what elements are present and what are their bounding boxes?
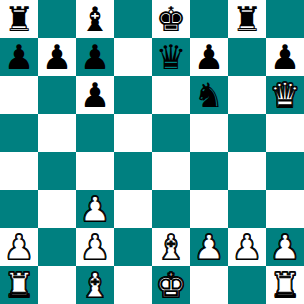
square-f4[interactable] <box>190 152 228 190</box>
square-c7[interactable]: ♟ <box>76 38 114 76</box>
square-a6[interactable] <box>0 76 38 114</box>
square-f2[interactable]: ♟ <box>190 228 228 266</box>
square-a3[interactable] <box>0 190 38 228</box>
square-e6[interactable] <box>152 76 190 114</box>
square-e8[interactable]: ♚ <box>152 0 190 38</box>
square-e3[interactable] <box>152 190 190 228</box>
square-f1[interactable] <box>190 266 228 304</box>
piece-black-king[interactable]: ♚ <box>156 0 186 38</box>
square-e5[interactable] <box>152 114 190 152</box>
piece-black-pawn[interactable]: ♟ <box>194 38 224 76</box>
square-a4[interactable] <box>0 152 38 190</box>
square-g8[interactable]: ♜ <box>228 0 266 38</box>
chess-board: ♜♝♚♜♟♟♟♛♟♟♟♞♛♟♟♟♝♟♟♟♜♝♚♜ <box>0 0 304 304</box>
square-a5[interactable] <box>0 114 38 152</box>
piece-white-pawn[interactable]: ♟ <box>232 228 262 266</box>
piece-black-pawn[interactable]: ♟ <box>80 76 110 114</box>
square-c2[interactable]: ♟ <box>76 228 114 266</box>
square-h1[interactable]: ♜ <box>266 266 304 304</box>
piece-white-rook[interactable]: ♜ <box>270 266 300 304</box>
piece-black-rook[interactable]: ♜ <box>4 0 34 38</box>
square-h2[interactable]: ♟ <box>266 228 304 266</box>
square-g2[interactable]: ♟ <box>228 228 266 266</box>
piece-black-pawn[interactable]: ♟ <box>4 38 34 76</box>
piece-white-bishop[interactable]: ♝ <box>156 228 186 266</box>
square-b6[interactable] <box>38 76 76 114</box>
square-d3[interactable] <box>114 190 152 228</box>
piece-black-pawn[interactable]: ♟ <box>42 38 72 76</box>
square-d2[interactable] <box>114 228 152 266</box>
piece-white-pawn[interactable]: ♟ <box>80 228 110 266</box>
square-f3[interactable] <box>190 190 228 228</box>
square-e4[interactable] <box>152 152 190 190</box>
square-c5[interactable] <box>76 114 114 152</box>
square-g4[interactable] <box>228 152 266 190</box>
square-g6[interactable] <box>228 76 266 114</box>
piece-white-bishop[interactable]: ♝ <box>80 266 110 304</box>
square-g7[interactable] <box>228 38 266 76</box>
square-d1[interactable] <box>114 266 152 304</box>
square-d7[interactable] <box>114 38 152 76</box>
square-d6[interactable] <box>114 76 152 114</box>
square-f8[interactable] <box>190 0 228 38</box>
square-a1[interactable]: ♜ <box>0 266 38 304</box>
piece-black-queen[interactable]: ♛ <box>156 38 186 76</box>
square-a2[interactable]: ♟ <box>0 228 38 266</box>
square-g5[interactable] <box>228 114 266 152</box>
square-g3[interactable] <box>228 190 266 228</box>
square-e2[interactable]: ♝ <box>152 228 190 266</box>
piece-black-knight[interactable]: ♞ <box>194 76 224 114</box>
square-c3[interactable]: ♟ <box>76 190 114 228</box>
square-b3[interactable] <box>38 190 76 228</box>
square-e1[interactable]: ♚ <box>152 266 190 304</box>
square-b7[interactable]: ♟ <box>38 38 76 76</box>
square-h3[interactable] <box>266 190 304 228</box>
piece-white-pawn[interactable]: ♟ <box>80 190 110 228</box>
square-g1[interactable] <box>228 266 266 304</box>
square-c4[interactable] <box>76 152 114 190</box>
piece-black-bishop[interactable]: ♝ <box>80 0 110 38</box>
square-d4[interactable] <box>114 152 152 190</box>
square-b1[interactable] <box>38 266 76 304</box>
piece-white-pawn[interactable]: ♟ <box>4 228 34 266</box>
piece-white-pawn[interactable]: ♟ <box>194 228 224 266</box>
square-h4[interactable] <box>266 152 304 190</box>
square-b5[interactable] <box>38 114 76 152</box>
square-b4[interactable] <box>38 152 76 190</box>
square-d5[interactable] <box>114 114 152 152</box>
piece-white-king[interactable]: ♚ <box>156 266 186 304</box>
square-c8[interactable]: ♝ <box>76 0 114 38</box>
square-c6[interactable]: ♟ <box>76 76 114 114</box>
square-h6[interactable]: ♛ <box>266 76 304 114</box>
square-e7[interactable]: ♛ <box>152 38 190 76</box>
square-f5[interactable] <box>190 114 228 152</box>
piece-black-pawn[interactable]: ♟ <box>80 38 110 76</box>
square-a7[interactable]: ♟ <box>0 38 38 76</box>
square-h5[interactable] <box>266 114 304 152</box>
piece-white-pawn[interactable]: ♟ <box>270 228 300 266</box>
square-b8[interactable] <box>38 0 76 38</box>
piece-black-pawn[interactable]: ♟ <box>270 38 300 76</box>
square-h8[interactable] <box>266 0 304 38</box>
piece-white-queen[interactable]: ♛ <box>270 76 300 114</box>
square-f6[interactable]: ♞ <box>190 76 228 114</box>
piece-black-rook[interactable]: ♜ <box>232 0 262 38</box>
square-a8[interactable]: ♜ <box>0 0 38 38</box>
square-f7[interactable]: ♟ <box>190 38 228 76</box>
piece-white-rook[interactable]: ♜ <box>4 266 34 304</box>
square-d8[interactable] <box>114 0 152 38</box>
square-c1[interactable]: ♝ <box>76 266 114 304</box>
square-h7[interactable]: ♟ <box>266 38 304 76</box>
square-b2[interactable] <box>38 228 76 266</box>
